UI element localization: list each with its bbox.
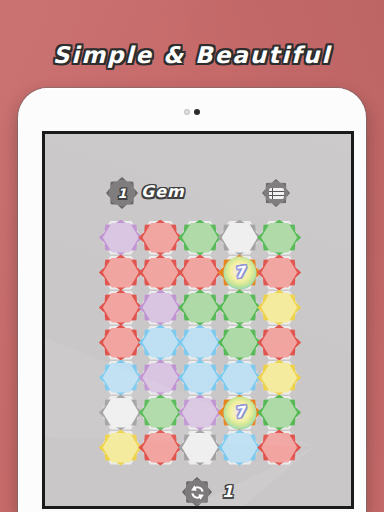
cell-r5c5[interactable]: [259, 360, 299, 395]
front-camera-dot: [194, 109, 200, 115]
blue-tile: [218, 360, 262, 396]
cell-r6c2[interactable]: [141, 395, 181, 430]
tablet-device: 1 Gem 77 1: [18, 88, 366, 512]
red-tile: [178, 255, 222, 291]
cell-r4c3[interactable]: [180, 325, 220, 360]
yellow-tile: [257, 360, 301, 396]
cell-r5c1[interactable]: [101, 360, 141, 395]
blue-tile: [178, 360, 222, 396]
board: 77: [101, 220, 299, 465]
special-tile-value: 7: [233, 262, 246, 281]
cell-r7c4[interactable]: [220, 430, 260, 465]
white-tile: [178, 430, 222, 466]
cell-r7c3[interactable]: [180, 430, 220, 465]
score-value: 1: [117, 186, 126, 201]
cell-r2c4[interactable]: 7: [220, 255, 260, 290]
cell-r6c1[interactable]: [101, 395, 141, 430]
green-tile: [218, 290, 262, 326]
green-tile: [178, 290, 222, 326]
shuffle-arrows-icon: [189, 484, 206, 501]
green-tile: [138, 395, 182, 431]
score-label: Gem: [141, 182, 185, 202]
green-tile: [178, 220, 222, 256]
purple-tile: [138, 360, 182, 396]
cell-r4c5[interactable]: [259, 325, 299, 360]
cell-r7c2[interactable]: [141, 430, 181, 465]
red-tile: [99, 325, 143, 361]
menu-button[interactable]: [262, 179, 290, 207]
cell-r7c5[interactable]: [259, 430, 299, 465]
cell-r3c2[interactable]: [141, 290, 181, 325]
shuffle-count: 1: [222, 482, 233, 502]
cell-r1c5[interactable]: [259, 220, 299, 255]
cell-r6c3[interactable]: [180, 395, 220, 430]
list-menu-icon: [269, 188, 284, 199]
green-tile: [218, 325, 262, 361]
cell-r1c4[interactable]: [220, 220, 260, 255]
cell-r2c3[interactable]: [180, 255, 220, 290]
green-tile: [257, 220, 301, 256]
cell-r4c4[interactable]: [220, 325, 260, 360]
red-tile: [99, 255, 143, 291]
blue-tile: [99, 360, 143, 396]
cell-r3c1[interactable]: [101, 290, 141, 325]
cell-r1c1[interactable]: [101, 220, 141, 255]
cell-r4c1[interactable]: [101, 325, 141, 360]
cell-r2c5[interactable]: [259, 255, 299, 290]
yellow-tile: [257, 290, 301, 326]
cell-r3c4[interactable]: [220, 290, 260, 325]
blue-tile: [138, 325, 182, 361]
cell-r5c4[interactable]: [220, 360, 260, 395]
cell-r1c2[interactable]: [141, 220, 181, 255]
marketing-background: Simple & Beautiful 1 Gem 77 1: [0, 0, 384, 512]
game-screen: 1 Gem 77 1: [42, 131, 354, 509]
cell-r7c1[interactable]: [101, 430, 141, 465]
purple-tile: [178, 395, 222, 431]
red-tile: [257, 325, 301, 361]
white-tile: [99, 395, 143, 431]
special-tile-value: 7: [233, 402, 246, 421]
purple-tile: [138, 290, 182, 326]
cell-r5c2[interactable]: [141, 360, 181, 395]
cell-r2c2[interactable]: [141, 255, 181, 290]
cell-r3c3[interactable]: [180, 290, 220, 325]
shuffle-button[interactable]: [182, 477, 212, 507]
blue-tile: [218, 430, 262, 466]
cell-r4c2[interactable]: [141, 325, 181, 360]
white-tile: [218, 220, 262, 256]
purple-tile: [99, 220, 143, 256]
cell-r2c1[interactable]: [101, 255, 141, 290]
cell-r6c4[interactable]: 7: [220, 395, 260, 430]
score-badge: 1: [106, 177, 138, 209]
red-tile: [257, 255, 301, 291]
cell-r1c3[interactable]: [180, 220, 220, 255]
blue-tile: [178, 325, 222, 361]
cell-r3c5[interactable]: [259, 290, 299, 325]
red-tile: [99, 290, 143, 326]
cell-r5c3[interactable]: [180, 360, 220, 395]
ambient-sensor-dot: [185, 110, 189, 114]
wildcard-tile: 7: [218, 255, 262, 291]
red-tile: [257, 430, 301, 466]
red-tile: [138, 255, 182, 291]
red-tile: [138, 220, 182, 256]
green-tile: [257, 395, 301, 431]
tagline-text: Simple & Beautiful: [0, 42, 384, 68]
cell-r6c5[interactable]: [259, 395, 299, 430]
wildcard-tile: 7: [218, 395, 262, 431]
yellow-tile: [99, 430, 143, 466]
red-tile: [138, 430, 182, 466]
